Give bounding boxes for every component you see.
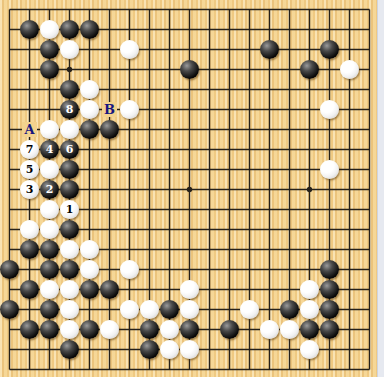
go-diagram-screen: 87465321AB bbox=[0, 0, 384, 377]
go-board[interactable]: 87465321AB bbox=[0, 0, 377, 377]
right-margin-strip bbox=[377, 0, 384, 377]
hoshi-point bbox=[67, 67, 72, 72]
hoshi-point bbox=[307, 187, 312, 192]
point-label-b[interactable]: B bbox=[102, 102, 117, 117]
hoshi-point bbox=[187, 187, 192, 192]
point-label-a[interactable]: A bbox=[22, 122, 37, 137]
